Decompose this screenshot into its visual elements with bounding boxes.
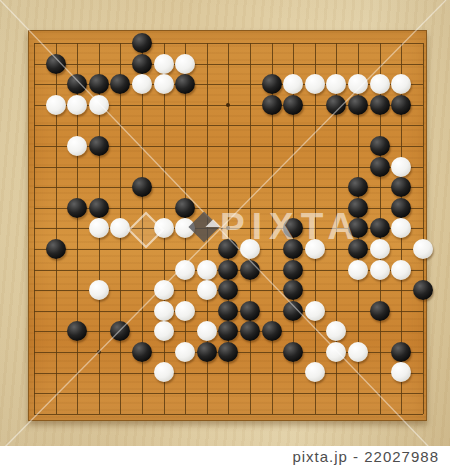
black-stone-6-2[interactable] (132, 54, 152, 74)
black-stone-11-15[interactable] (240, 321, 260, 341)
intersection-2-13[interactable] (45, 280, 67, 301)
black-stone-13-13[interactable] (283, 280, 303, 300)
intersection-1-9[interactable] (23, 197, 45, 218)
intersection-8-6[interactable] (174, 136, 196, 157)
intersection-10-19[interactable] (218, 403, 240, 424)
black-stone-19-13[interactable] (413, 280, 433, 300)
white-stone-15-15[interactable] (326, 321, 346, 341)
intersection-12-17[interactable] (261, 362, 283, 383)
intersection-8-16[interactable] (174, 342, 196, 363)
intersection-10-1[interactable] (218, 33, 240, 54)
white-stone-18-12[interactable] (391, 260, 411, 280)
intersection-13-1[interactable] (282, 33, 304, 54)
intersection-18-11[interactable] (390, 239, 412, 260)
intersection-1-1[interactable] (23, 33, 45, 54)
intersection-4-19[interactable] (88, 403, 110, 424)
intersection-18-17[interactable] (390, 362, 412, 383)
intersection-19-11[interactable] (412, 239, 434, 260)
black-stone-10-13[interactable] (218, 280, 238, 300)
intersection-6-7[interactable] (131, 156, 153, 177)
black-stone-4-3[interactable] (89, 74, 109, 94)
intersection-11-14[interactable] (239, 300, 261, 321)
intersection-14-3[interactable] (304, 74, 326, 95)
white-stone-7-15[interactable] (154, 321, 174, 341)
black-stone-11-14[interactable] (240, 301, 260, 321)
intersection-8-19[interactable] (174, 403, 196, 424)
black-stone-16-9[interactable] (348, 198, 368, 218)
intersection-4-7[interactable] (88, 156, 110, 177)
intersection-4-1[interactable] (88, 33, 110, 54)
intersection-14-6[interactable] (304, 136, 326, 157)
intersection-5-16[interactable] (110, 342, 132, 363)
intersection-8-7[interactable] (174, 156, 196, 177)
intersection-1-16[interactable] (23, 342, 45, 363)
intersection-7-18[interactable] (153, 383, 175, 404)
intersection-6-3[interactable] (131, 74, 153, 95)
intersection-3-14[interactable] (66, 300, 88, 321)
intersection-16-18[interactable] (347, 383, 369, 404)
black-stone-3-3[interactable] (67, 74, 87, 94)
intersection-12-3[interactable] (261, 74, 283, 95)
black-stone-13-11[interactable] (283, 239, 303, 259)
intersection-1-19[interactable] (23, 403, 45, 424)
intersection-9-6[interactable] (196, 136, 218, 157)
intersection-3-11[interactable] (66, 239, 88, 260)
intersection-14-11[interactable] (304, 239, 326, 260)
intersection-15-14[interactable] (326, 300, 348, 321)
intersection-4-12[interactable] (88, 259, 110, 280)
intersection-10-14[interactable] (218, 300, 240, 321)
intersection-3-8[interactable] (66, 177, 88, 198)
intersection-2-8[interactable] (45, 177, 67, 198)
intersection-12-13[interactable] (261, 280, 283, 301)
intersection-14-1[interactable] (304, 33, 326, 54)
black-stone-9-16[interactable] (197, 342, 217, 362)
intersection-7-17[interactable] (153, 362, 175, 383)
intersection-18-18[interactable] (390, 383, 412, 404)
intersection-15-12[interactable] (326, 259, 348, 280)
intersection-10-2[interactable] (218, 53, 240, 74)
intersection-14-12[interactable] (304, 259, 326, 280)
intersection-17-8[interactable] (369, 177, 391, 198)
intersection-6-1[interactable] (131, 33, 153, 54)
intersection-7-13[interactable] (153, 280, 175, 301)
intersection-4-5[interactable] (88, 115, 110, 136)
white-stone-17-12[interactable] (370, 260, 390, 280)
intersection-9-10[interactable] (196, 218, 218, 239)
black-stone-12-4[interactable] (262, 95, 282, 115)
white-stone-17-11[interactable] (370, 239, 390, 259)
intersection-4-9[interactable] (88, 197, 110, 218)
intersection-3-6[interactable] (66, 136, 88, 157)
intersection-3-12[interactable] (66, 259, 88, 280)
intersection-7-9[interactable] (153, 197, 175, 218)
white-stone-14-11[interactable] (305, 239, 325, 259)
white-stone-7-3[interactable] (154, 74, 174, 94)
black-stone-6-1[interactable] (132, 33, 152, 53)
white-stone-7-2[interactable] (154, 54, 174, 74)
intersection-7-15[interactable] (153, 321, 175, 342)
intersection-18-19[interactable] (390, 403, 412, 424)
white-stone-18-17[interactable] (391, 362, 411, 382)
black-stone-8-9[interactable] (175, 198, 195, 218)
intersection-5-8[interactable] (110, 177, 132, 198)
intersection-12-18[interactable] (261, 383, 283, 404)
intersection-3-13[interactable] (66, 280, 88, 301)
intersection-19-7[interactable] (412, 156, 434, 177)
intersection-13-4[interactable] (282, 94, 304, 115)
intersection-2-18[interactable] (45, 383, 67, 404)
intersection-9-9[interactable] (196, 197, 218, 218)
intersection-2-5[interactable] (45, 115, 67, 136)
intersection-16-17[interactable] (347, 362, 369, 383)
black-stone-10-16[interactable] (218, 342, 238, 362)
intersection-11-5[interactable] (239, 115, 261, 136)
intersection-2-12[interactable] (45, 259, 67, 280)
intersection-4-8[interactable] (88, 177, 110, 198)
intersection-3-10[interactable] (66, 218, 88, 239)
intersection-13-7[interactable] (282, 156, 304, 177)
intersection-15-6[interactable] (326, 136, 348, 157)
black-stone-4-9[interactable] (89, 198, 109, 218)
intersection-19-4[interactable] (412, 94, 434, 115)
intersection-14-18[interactable] (304, 383, 326, 404)
intersection-3-1[interactable] (66, 33, 88, 54)
intersection-17-15[interactable] (369, 321, 391, 342)
intersection-1-11[interactable] (23, 239, 45, 260)
intersection-1-10[interactable] (23, 218, 45, 239)
white-stone-8-2[interactable] (175, 54, 195, 74)
intersection-4-3[interactable] (88, 74, 110, 95)
black-stone-6-16[interactable] (132, 342, 152, 362)
intersection-3-5[interactable] (66, 115, 88, 136)
intersection-15-13[interactable] (326, 280, 348, 301)
intersection-5-15[interactable] (110, 321, 132, 342)
intersection-10-18[interactable] (218, 383, 240, 404)
intersection-19-9[interactable] (412, 197, 434, 218)
white-stone-7-10[interactable] (154, 218, 174, 238)
black-stone-10-12[interactable] (218, 260, 238, 280)
intersection-9-1[interactable] (196, 33, 218, 54)
intersection-8-2[interactable] (174, 53, 196, 74)
intersection-10-17[interactable] (218, 362, 240, 383)
intersection-3-9[interactable] (66, 197, 88, 218)
intersection-10-3[interactable] (218, 74, 240, 95)
intersection-3-2[interactable] (66, 53, 88, 74)
white-stone-16-3[interactable] (348, 74, 368, 94)
intersection-8-15[interactable] (174, 321, 196, 342)
intersection-14-10[interactable] (304, 218, 326, 239)
white-stone-17-3[interactable] (370, 74, 390, 94)
intersection-9-8[interactable] (196, 177, 218, 198)
intersection-17-16[interactable] (369, 342, 391, 363)
black-stone-17-6[interactable] (370, 136, 390, 156)
white-stone-2-4[interactable] (46, 95, 66, 115)
intersection-10-5[interactable] (218, 115, 240, 136)
intersection-6-12[interactable] (131, 259, 153, 280)
white-stone-7-17[interactable] (154, 362, 174, 382)
white-stone-8-16[interactable] (175, 342, 195, 362)
intersection-19-10[interactable] (412, 218, 434, 239)
intersection-7-8[interactable] (153, 177, 175, 198)
intersection-6-14[interactable] (131, 300, 153, 321)
intersection-1-7[interactable] (23, 156, 45, 177)
intersection-17-4[interactable] (369, 94, 391, 115)
intersection-1-6[interactable] (23, 136, 45, 157)
intersection-13-12[interactable] (282, 259, 304, 280)
black-stone-2-11[interactable] (46, 239, 66, 259)
black-stone-10-15[interactable] (218, 321, 238, 341)
intersection-10-12[interactable] (218, 259, 240, 280)
intersection-12-4[interactable] (261, 94, 283, 115)
intersection-12-16[interactable] (261, 342, 283, 363)
intersection-11-3[interactable] (239, 74, 261, 95)
intersection-2-7[interactable] (45, 156, 67, 177)
intersection-9-17[interactable] (196, 362, 218, 383)
intersection-18-12[interactable] (390, 259, 412, 280)
black-stone-5-3[interactable] (110, 74, 130, 94)
black-stone-12-3[interactable] (262, 74, 282, 94)
intersection-6-10[interactable] (131, 218, 153, 239)
intersection-15-17[interactable] (326, 362, 348, 383)
intersection-6-17[interactable] (131, 362, 153, 383)
intersection-11-4[interactable] (239, 94, 261, 115)
intersection-15-2[interactable] (326, 53, 348, 74)
intersection-9-5[interactable] (196, 115, 218, 136)
intersection-11-11[interactable] (239, 239, 261, 260)
intersection-19-1[interactable] (412, 33, 434, 54)
intersection-13-13[interactable] (282, 280, 304, 301)
black-stone-16-4[interactable] (348, 95, 368, 115)
intersection-8-12[interactable] (174, 259, 196, 280)
black-stone-6-8[interactable] (132, 177, 152, 197)
intersection-13-2[interactable] (282, 53, 304, 74)
intersection-17-6[interactable] (369, 136, 391, 157)
intersection-10-15[interactable] (218, 321, 240, 342)
intersection-2-10[interactable] (45, 218, 67, 239)
black-stone-4-6[interactable] (89, 136, 109, 156)
intersection-8-3[interactable] (174, 74, 196, 95)
intersection-7-11[interactable] (153, 239, 175, 260)
intersection-3-3[interactable] (66, 74, 88, 95)
intersection-14-15[interactable] (304, 321, 326, 342)
intersection-4-2[interactable] (88, 53, 110, 74)
intersection-12-1[interactable] (261, 33, 283, 54)
intersection-5-9[interactable] (110, 197, 132, 218)
intersection-5-11[interactable] (110, 239, 132, 260)
intersection-12-6[interactable] (261, 136, 283, 157)
black-stone-2-2[interactable] (46, 54, 66, 74)
intersection-6-19[interactable] (131, 403, 153, 424)
intersection-5-17[interactable] (110, 362, 132, 383)
intersection-17-5[interactable] (369, 115, 391, 136)
intersection-18-10[interactable] (390, 218, 412, 239)
intersection-1-15[interactable] (23, 321, 45, 342)
white-stone-6-3[interactable] (132, 74, 152, 94)
black-stone-13-12[interactable] (283, 260, 303, 280)
intersection-9-13[interactable] (196, 280, 218, 301)
black-stone-16-11[interactable] (348, 239, 368, 259)
intersection-3-17[interactable] (66, 362, 88, 383)
intersection-7-12[interactable] (153, 259, 175, 280)
intersection-11-13[interactable] (239, 280, 261, 301)
intersection-16-15[interactable] (347, 321, 369, 342)
intersection-18-5[interactable] (390, 115, 412, 136)
intersection-13-5[interactable] (282, 115, 304, 136)
intersection-6-11[interactable] (131, 239, 153, 260)
intersection-8-1[interactable] (174, 33, 196, 54)
intersection-14-4[interactable] (304, 94, 326, 115)
intersection-15-10[interactable] (326, 218, 348, 239)
intersection-4-11[interactable] (88, 239, 110, 260)
intersection-3-16[interactable] (66, 342, 88, 363)
intersection-17-13[interactable] (369, 280, 391, 301)
white-stone-15-16[interactable] (326, 342, 346, 362)
intersection-15-9[interactable] (326, 197, 348, 218)
intersection-5-18[interactable] (110, 383, 132, 404)
black-stone-8-3[interactable] (175, 74, 195, 94)
intersection-15-4[interactable] (326, 94, 348, 115)
intersection-6-13[interactable] (131, 280, 153, 301)
intersection-14-7[interactable] (304, 156, 326, 177)
black-stone-17-10[interactable] (370, 218, 390, 238)
black-stone-17-7[interactable] (370, 157, 390, 177)
intersection-16-19[interactable] (347, 403, 369, 424)
black-stone-10-11[interactable] (218, 239, 238, 259)
intersection-12-8[interactable] (261, 177, 283, 198)
intersection-11-18[interactable] (239, 383, 261, 404)
intersection-16-8[interactable] (347, 177, 369, 198)
intersection-18-15[interactable] (390, 321, 412, 342)
intersection-8-18[interactable] (174, 383, 196, 404)
intersection-5-12[interactable] (110, 259, 132, 280)
intersection-11-7[interactable] (239, 156, 261, 177)
intersection-1-3[interactable] (23, 74, 45, 95)
intersection-17-11[interactable] (369, 239, 391, 260)
intersection-2-14[interactable] (45, 300, 67, 321)
intersection-18-2[interactable] (390, 53, 412, 74)
intersection-10-6[interactable] (218, 136, 240, 157)
white-stone-5-10[interactable] (110, 218, 130, 238)
intersection-9-3[interactable] (196, 74, 218, 95)
intersection-4-17[interactable] (88, 362, 110, 383)
white-stone-15-3[interactable] (326, 74, 346, 94)
intersection-2-19[interactable] (45, 403, 67, 424)
intersection-19-5[interactable] (412, 115, 434, 136)
white-stone-4-4[interactable] (89, 95, 109, 115)
intersection-1-18[interactable] (23, 383, 45, 404)
intersection-6-2[interactable] (131, 53, 153, 74)
intersection-19-13[interactable] (412, 280, 434, 301)
intersection-5-3[interactable] (110, 74, 132, 95)
intersection-11-2[interactable] (239, 53, 261, 74)
intersection-12-9[interactable] (261, 197, 283, 218)
black-stone-13-10[interactable] (283, 218, 303, 238)
intersection-13-3[interactable] (282, 74, 304, 95)
intersection-16-7[interactable] (347, 156, 369, 177)
white-stone-19-11[interactable] (413, 239, 433, 259)
intersection-3-4[interactable] (66, 94, 88, 115)
intersection-13-6[interactable] (282, 136, 304, 157)
black-stone-18-16[interactable] (391, 342, 411, 362)
intersection-17-19[interactable] (369, 403, 391, 424)
white-stone-4-10[interactable] (89, 218, 109, 238)
white-stone-9-13[interactable] (197, 280, 217, 300)
intersection-14-8[interactable] (304, 177, 326, 198)
intersection-18-9[interactable] (390, 197, 412, 218)
intersection-15-7[interactable] (326, 156, 348, 177)
intersection-13-18[interactable] (282, 383, 304, 404)
intersection-3-19[interactable] (66, 403, 88, 424)
intersection-16-11[interactable] (347, 239, 369, 260)
intersection-5-6[interactable] (110, 136, 132, 157)
intersection-8-13[interactable] (174, 280, 196, 301)
intersection-15-1[interactable] (326, 33, 348, 54)
intersection-12-10[interactable] (261, 218, 283, 239)
intersection-9-15[interactable] (196, 321, 218, 342)
intersection-19-19[interactable] (412, 403, 434, 424)
intersection-12-15[interactable] (261, 321, 283, 342)
intersection-15-16[interactable] (326, 342, 348, 363)
intersection-18-4[interactable] (390, 94, 412, 115)
white-stone-14-14[interactable] (305, 301, 325, 321)
intersection-17-2[interactable] (369, 53, 391, 74)
white-stone-16-16[interactable] (348, 342, 368, 362)
intersection-8-8[interactable] (174, 177, 196, 198)
intersection-7-3[interactable] (153, 74, 175, 95)
black-stone-17-4[interactable] (370, 95, 390, 115)
white-stone-7-13[interactable] (154, 280, 174, 300)
intersection-12-14[interactable] (261, 300, 283, 321)
intersection-16-14[interactable] (347, 300, 369, 321)
intersection-10-8[interactable] (218, 177, 240, 198)
intersection-19-6[interactable] (412, 136, 434, 157)
intersection-5-7[interactable] (110, 156, 132, 177)
intersection-19-2[interactable] (412, 53, 434, 74)
white-stone-8-12[interactable] (175, 260, 195, 280)
intersection-11-16[interactable] (239, 342, 261, 363)
white-stone-13-3[interactable] (283, 74, 303, 94)
intersection-10-7[interactable] (218, 156, 240, 177)
intersection-17-14[interactable] (369, 300, 391, 321)
intersection-13-10[interactable] (282, 218, 304, 239)
intersection-18-16[interactable] (390, 342, 412, 363)
intersection-7-10[interactable] (153, 218, 175, 239)
intersection-11-10[interactable] (239, 218, 261, 239)
intersection-14-14[interactable] (304, 300, 326, 321)
intersection-13-19[interactable] (282, 403, 304, 424)
intersection-1-13[interactable] (23, 280, 45, 301)
intersection-4-13[interactable] (88, 280, 110, 301)
intersection-14-5[interactable] (304, 115, 326, 136)
intersection-2-16[interactable] (45, 342, 67, 363)
intersection-10-9[interactable] (218, 197, 240, 218)
intersection-6-8[interactable] (131, 177, 153, 198)
black-stone-12-15[interactable] (262, 321, 282, 341)
intersection-3-7[interactable] (66, 156, 88, 177)
intersection-7-6[interactable] (153, 136, 175, 157)
intersection-15-18[interactable] (326, 383, 348, 404)
white-stone-7-14[interactable] (154, 301, 174, 321)
intersection-2-6[interactable] (45, 136, 67, 157)
intersection-6-16[interactable] (131, 342, 153, 363)
intersection-4-10[interactable] (88, 218, 110, 239)
intersection-15-19[interactable] (326, 403, 348, 424)
intersection-6-15[interactable] (131, 321, 153, 342)
intersection-16-4[interactable] (347, 94, 369, 115)
white-stone-9-15[interactable] (197, 321, 217, 341)
intersection-2-3[interactable] (45, 74, 67, 95)
